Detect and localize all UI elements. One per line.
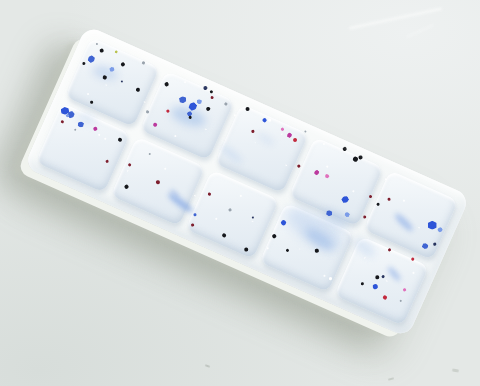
surface-speck — [452, 368, 459, 372]
surface-speck — [388, 377, 394, 380]
wax-snap-bar — [24, 25, 471, 337]
segment-grid — [24, 25, 471, 337]
photo-backdrop — [0, 0, 480, 386]
surface-crease — [406, 24, 434, 38]
surface-speck — [205, 364, 210, 368]
